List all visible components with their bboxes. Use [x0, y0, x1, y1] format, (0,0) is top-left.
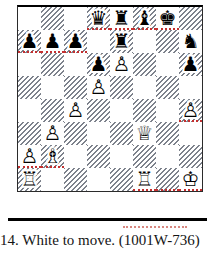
- red-underline-artifact: [179, 189, 202, 191]
- bottom-rule: [8, 218, 207, 221]
- square-g1[interactable]: [156, 168, 179, 191]
- square-e1[interactable]: [110, 168, 133, 191]
- square-e7[interactable]: ♜: [110, 30, 133, 53]
- square-b1[interactable]: [41, 168, 64, 191]
- piece-black-pawn: ♟: [87, 53, 110, 76]
- square-c7[interactable]: ♟: [64, 30, 87, 53]
- square-h7[interactable]: ♞: [179, 30, 202, 53]
- square-g5[interactable]: [156, 76, 179, 99]
- square-d4[interactable]: [87, 99, 110, 122]
- square-b2[interactable]: ♗: [41, 145, 64, 168]
- piece-white-rook: ♖: [133, 168, 156, 191]
- square-d7[interactable]: [87, 30, 110, 53]
- square-f4[interactable]: [133, 99, 156, 122]
- square-g4[interactable]: [156, 99, 179, 122]
- piece-white-bishop: ♗: [41, 145, 64, 168]
- square-b3[interactable]: ♙: [41, 122, 64, 145]
- red-underline-artifact: [41, 51, 64, 53]
- square-d2[interactable]: [87, 145, 110, 168]
- square-a2[interactable]: ♙: [18, 145, 41, 168]
- square-a1[interactable]: ♖: [18, 168, 41, 191]
- page: ♛♜♝♚♟♟♟♜♞♟♙♟♙♙♙♙♕♙♗♖♖♔ 14. White to move…: [0, 0, 212, 257]
- red-underline-artifact: [41, 166, 64, 168]
- square-f5[interactable]: [133, 76, 156, 99]
- square-h6[interactable]: ♟: [179, 53, 202, 76]
- piece-black-knight: ♞: [179, 30, 202, 53]
- piece-black-pawn: ♟: [179, 53, 202, 76]
- square-e6[interactable]: ♙: [110, 53, 133, 76]
- piece-white-queen: ♕: [133, 122, 156, 145]
- piece-white-pawn: ♙: [87, 76, 110, 99]
- square-h4[interactable]: ♙: [179, 99, 202, 122]
- piece-white-rook: ♖: [18, 168, 41, 191]
- square-g6[interactable]: [156, 53, 179, 76]
- red-underline-artifact: [156, 189, 179, 191]
- square-e3[interactable]: [110, 122, 133, 145]
- piece-white-pawn: ♙: [18, 145, 41, 168]
- square-c8[interactable]: [64, 7, 87, 30]
- red-underline-artifact: [87, 28, 110, 30]
- red-underline-artifact: [18, 51, 41, 53]
- square-f1[interactable]: ♖: [133, 168, 156, 191]
- red-underline-artifact: [110, 28, 133, 30]
- piece-black-pawn: ♟: [41, 30, 64, 53]
- square-c3[interactable]: [64, 122, 87, 145]
- square-d6[interactable]: ♟: [87, 53, 110, 76]
- piece-black-pawn: ♟: [64, 30, 87, 53]
- square-a8[interactable]: [18, 7, 41, 30]
- red-underline-artifact: [133, 28, 156, 30]
- square-b7[interactable]: ♟: [41, 30, 64, 53]
- square-d5[interactable]: ♙: [87, 76, 110, 99]
- square-f6[interactable]: [133, 53, 156, 76]
- square-e5[interactable]: [110, 76, 133, 99]
- piece-black-rook: ♜: [110, 30, 133, 53]
- piece-black-queen: ♛: [87, 7, 110, 30]
- square-d3[interactable]: [87, 122, 110, 145]
- square-h1[interactable]: ♔: [179, 168, 202, 191]
- square-e8[interactable]: ♜: [110, 7, 133, 30]
- red-underline-artifact: [133, 189, 156, 191]
- chess-board: ♛♜♝♚♟♟♟♜♞♟♙♟♙♙♙♙♕♙♗♖♖♔: [17, 5, 203, 192]
- red-underline-artifact: [64, 51, 87, 53]
- square-f3[interactable]: ♕: [133, 122, 156, 145]
- caption: 14. White to move. (1001W-736): [0, 232, 212, 249]
- piece-white-king: ♔: [179, 168, 202, 191]
- square-b4[interactable]: [41, 99, 64, 122]
- square-h8[interactable]: [179, 7, 202, 30]
- square-c1[interactable]: [64, 168, 87, 191]
- square-c6[interactable]: [64, 53, 87, 76]
- square-e2[interactable]: [110, 145, 133, 168]
- square-c5[interactable]: [64, 76, 87, 99]
- square-c2[interactable]: [64, 145, 87, 168]
- square-b5[interactable]: [41, 76, 64, 99]
- square-g8[interactable]: ♚: [156, 7, 179, 30]
- square-g7[interactable]: [156, 30, 179, 53]
- square-f8[interactable]: ♝: [133, 7, 156, 30]
- piece-black-pawn: ♟: [18, 30, 41, 53]
- square-f2[interactable]: [133, 145, 156, 168]
- piece-white-pawn: ♙: [179, 99, 202, 122]
- square-a4[interactable]: [18, 99, 41, 122]
- square-h3[interactable]: [179, 122, 202, 145]
- square-d8[interactable]: ♛: [87, 7, 110, 30]
- square-e4[interactable]: [110, 99, 133, 122]
- piece-white-pawn: ♙: [110, 53, 133, 76]
- square-a3[interactable]: [18, 122, 41, 145]
- square-g2[interactable]: [156, 145, 179, 168]
- red-squiggle-artifact: [123, 226, 187, 228]
- square-h2[interactable]: [179, 145, 202, 168]
- piece-white-pawn: ♙: [41, 122, 64, 145]
- square-b8[interactable]: [41, 7, 64, 30]
- square-a7[interactable]: ♟: [18, 30, 41, 53]
- red-underline-artifact: [156, 28, 179, 30]
- square-a5[interactable]: [18, 76, 41, 99]
- piece-black-bishop: ♝: [133, 7, 156, 30]
- square-f7[interactable]: [133, 30, 156, 53]
- square-b6[interactable]: [41, 53, 64, 76]
- piece-black-rook: ♜: [110, 7, 133, 30]
- square-g3[interactable]: [156, 122, 179, 145]
- square-a6[interactable]: [18, 53, 41, 76]
- piece-black-king: ♚: [156, 7, 179, 30]
- piece-white-pawn: ♙: [64, 99, 87, 122]
- square-h5[interactable]: [179, 76, 202, 99]
- square-c4[interactable]: ♙: [64, 99, 87, 122]
- red-underline-artifact: [18, 166, 41, 168]
- red-underline-artifact: [179, 120, 202, 122]
- square-d1[interactable]: [87, 168, 110, 191]
